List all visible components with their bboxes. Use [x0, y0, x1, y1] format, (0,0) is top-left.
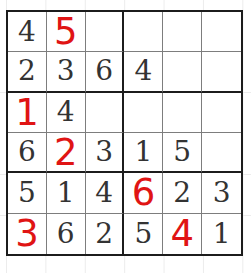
cell-r4c5[interactable]: 5 [163, 133, 202, 173]
cell-r4c2[interactable]: 2 [47, 133, 86, 173]
cell-r5c3[interactable]: 4 [86, 173, 125, 213]
cell-r5c5[interactable]: 2 [163, 173, 202, 213]
cell-r6c4[interactable]: 5 [124, 214, 163, 254]
cell-r3c5[interactable] [163, 93, 202, 133]
cell-r1c4[interactable] [124, 12, 163, 52]
cell-r5c4[interactable]: 6 [124, 173, 163, 213]
cell-r3c3[interactable] [86, 93, 125, 133]
cell-r1c5[interactable] [163, 12, 202, 52]
cell-r5c6[interactable]: 3 [202, 173, 241, 213]
cell-r4c1[interactable]: 6 [8, 133, 47, 173]
cell-r3c6[interactable] [202, 93, 241, 133]
cell-r3c4[interactable] [124, 93, 163, 133]
cell-r6c6[interactable]: 1 [202, 214, 241, 254]
cell-r2c3[interactable]: 6 [86, 52, 125, 92]
cell-r6c3[interactable]: 2 [86, 214, 125, 254]
cell-r2c1[interactable]: 2 [8, 52, 47, 92]
cell-r1c1[interactable]: 4 [8, 12, 47, 52]
cell-r4c4[interactable]: 1 [124, 133, 163, 173]
cell-r3c1[interactable]: 1 [8, 93, 47, 133]
cell-r6c1[interactable]: 3 [8, 214, 47, 254]
cell-r2c2[interactable]: 3 [47, 52, 86, 92]
cell-r5c1[interactable]: 5 [8, 173, 47, 213]
cell-r3c2[interactable]: 4 [47, 93, 86, 133]
cell-r4c6[interactable] [202, 133, 241, 173]
cell-r4c3[interactable]: 3 [86, 133, 125, 173]
cell-r2c5[interactable] [163, 52, 202, 92]
cell-r6c5[interactable]: 4 [163, 214, 202, 254]
cell-r1c6[interactable] [202, 12, 241, 52]
sudoku-board: 4523641462315514623362541 [6, 10, 243, 256]
cell-r5c2[interactable]: 1 [47, 173, 86, 213]
cell-r1c3[interactable] [86, 12, 125, 52]
cell-r1c2[interactable]: 5 [47, 12, 86, 52]
cell-r6c2[interactable]: 6 [47, 214, 86, 254]
cell-r2c4[interactable]: 4 [124, 52, 163, 92]
cell-r2c6[interactable] [202, 52, 241, 92]
